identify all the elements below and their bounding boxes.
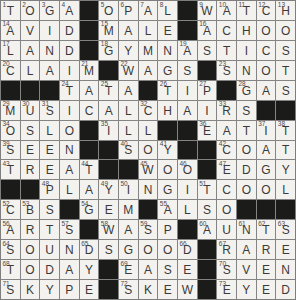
clue-number-40: 40 [120, 141, 127, 148]
grid-cell-r8c13[interactable]: O [237, 141, 256, 160]
grid-cell-r10c15[interactable]: L [276, 180, 295, 199]
grid-cell-r13c1[interactable]: 64S [1, 240, 20, 259]
grid-cell-r10c5[interactable]: A [80, 180, 99, 199]
letter-r5c5: A [85, 85, 93, 100]
letter-r8c2: E [26, 144, 34, 159]
grid-cell-r12c2[interactable]: R [21, 220, 40, 239]
grid-cell-r14c10[interactable]: E [178, 260, 197, 279]
grid-cell-r11c10[interactable]: L [178, 200, 197, 219]
grid-cell-r1c3[interactable]: 3G [40, 1, 59, 20]
grid-cell-r4c2[interactable]: L [21, 61, 40, 80]
clue-number-61: 61 [238, 221, 245, 228]
grid-cell-r1c8[interactable]: 7A [139, 1, 158, 20]
clue-number-67: 67 [219, 241, 226, 248]
clue-number-43: 43 [3, 161, 10, 168]
grid-cell-r15c14[interactable]: E [257, 280, 276, 299]
grid-cell-r15c5[interactable]: E [80, 280, 99, 299]
letter-r9c9: O [163, 164, 172, 179]
grid-cell-r9c3[interactable]: E [40, 160, 59, 179]
letter-r8c3: E [46, 144, 54, 159]
clue-number-46: 46 [179, 161, 186, 168]
letter-r11c6: E [105, 204, 113, 219]
clue-number-44: 44 [81, 161, 88, 168]
grid-cell-r2c3[interactable]: I [40, 21, 59, 40]
letter-r4c3: A [46, 65, 54, 80]
grid-cell-r7c8[interactable]: L [139, 121, 158, 140]
grid-cell-r3c4[interactable]: D [60, 41, 79, 60]
grid-cell-r15c3[interactable]: Y [40, 280, 59, 299]
grid-cell-r15c15[interactable]: D [276, 280, 295, 299]
letter-r13c9: O [163, 244, 172, 259]
grid-cell-r8c4[interactable]: N [60, 141, 79, 160]
grid-cell-r5c7[interactable]: A [119, 81, 138, 100]
grid-cell-r13c9[interactable]: O [158, 240, 177, 259]
grid-cell-r6c9[interactable]: H [158, 101, 177, 120]
grid-cell-r6c7[interactable]: L [119, 101, 138, 120]
grid-cell-r3c7[interactable]: Y [119, 41, 138, 60]
grid-cell-r8c15[interactable]: T [276, 141, 295, 160]
black-square-r1c5 [80, 1, 99, 20]
grid-cell-r11c9[interactable]: 55A [158, 200, 177, 219]
clue-number-16: 16 [199, 21, 206, 28]
letter-r3c2: A [26, 45, 34, 60]
black-square-r11c13 [237, 200, 256, 219]
grid-cell-r12c13[interactable]: 61N [237, 220, 256, 239]
letter-r9c4: A [65, 164, 73, 179]
letter-r8c4: N [65, 144, 74, 159]
grid-cell-r14c3[interactable]: D [40, 260, 59, 279]
grid-cell-r2c8[interactable]: L [139, 21, 158, 40]
letter-r13c14: R [262, 244, 271, 259]
clue-number-65: 65 [81, 241, 88, 248]
grid-cell-r7c15[interactable]: 38T [276, 121, 295, 140]
grid-cell-r5c4[interactable]: 24T [60, 81, 79, 100]
grid-cell-r12c3[interactable]: T [40, 220, 59, 239]
black-square-r2c5 [80, 21, 99, 40]
letter-r1c9: L [164, 5, 171, 20]
grid-cell-r10c11[interactable]: 51T [198, 180, 217, 199]
grid-cell-r15c13[interactable]: Y [237, 280, 256, 299]
clue-number-31: 31 [42, 101, 49, 108]
grid-cell-r7c2[interactable]: S [21, 121, 40, 140]
letter-r1c7: P [124, 5, 132, 20]
grid-cell-r6c4[interactable]: I [60, 101, 79, 120]
grid-cell-r3c1[interactable]: 17L [1, 41, 20, 60]
letter-r4c4: I [68, 65, 71, 80]
grid-cell-r9c5[interactable]: 44T [80, 160, 99, 179]
grid-cell-r5c15[interactable]: S [276, 81, 295, 100]
black-square-r14c6 [99, 260, 118, 279]
grid-cell-r14c2[interactable]: O [21, 260, 40, 279]
letter-r13c4: N [65, 244, 74, 259]
grid-cell-r2c1[interactable]: 14A [1, 21, 20, 40]
grid-cell-r15c12[interactable]: 73E [217, 280, 236, 299]
grid-cell-r4c10[interactable]: S [178, 61, 197, 80]
grid-cell-r3c15[interactable]: S [276, 41, 295, 60]
grid-cell-r6c8[interactable]: 32C [139, 101, 158, 120]
grid-cell-r3c14[interactable]: C [257, 41, 276, 60]
grid-cell-r1c2[interactable]: 2O [21, 1, 40, 20]
grid-cell-r5c11[interactable]: 27P [198, 81, 217, 100]
black-square-r6c14 [257, 101, 276, 120]
grid-cell-r11c1[interactable]: 52C [1, 200, 20, 219]
black-square-r4c11 [198, 61, 217, 80]
black-square-r10c2 [21, 180, 40, 199]
grid-cell-r9c4[interactable]: A [60, 160, 79, 179]
grid-cell-r14c12[interactable]: 70S [217, 260, 236, 279]
grid-cell-r10c14[interactable]: O [257, 180, 276, 199]
grid-cell-r7c12[interactable]: A [217, 121, 236, 140]
clue-number-48: 48 [42, 181, 49, 188]
clue-number-26: 26 [160, 81, 167, 88]
grid-cell-r7c13[interactable]: T [237, 121, 256, 140]
black-square-r9c7 [119, 160, 138, 179]
grid-cell-r1c13[interactable]: 11T [237, 1, 256, 20]
clue-number-62: 62 [258, 221, 265, 228]
letter-r10c14: O [261, 184, 270, 199]
grid-cell-r1c4[interactable]: 4A [60, 1, 79, 20]
grid-cell-r5c13[interactable]: 28G [237, 81, 256, 100]
black-square-r15c11 [198, 280, 217, 299]
grid-cell-r15c8[interactable]: K [139, 280, 158, 299]
grid-cell-r13c4[interactable]: N [60, 240, 79, 259]
clue-number-53: 53 [22, 201, 29, 208]
grid-cell-r4c9[interactable]: G [158, 61, 177, 80]
grid-cell-r2c7[interactable]: A [119, 21, 138, 40]
grid-cell-r5c14[interactable]: A [257, 81, 276, 100]
clue-number-25: 25 [101, 81, 108, 88]
letter-r14c10: E [183, 264, 191, 279]
clue-number-32: 32 [140, 101, 147, 108]
letter-r6c6: A [105, 105, 113, 120]
letter-r10c4: L [66, 184, 73, 199]
grid-cell-r3c2[interactable]: A [21, 41, 40, 60]
grid-cell-r11c6[interactable]: E [99, 200, 118, 219]
letter-r14c2: O [25, 264, 34, 279]
letter-r15c14: E [262, 284, 270, 299]
grid-cell-r12c7[interactable]: A [119, 220, 138, 239]
grid-cell-r11c2[interactable]: 53B [21, 200, 40, 219]
clue-number-34: 34 [3, 121, 10, 128]
clue-number-56: 56 [3, 221, 10, 228]
letter-r8c14: A [262, 144, 270, 159]
grid-cell-r2c14[interactable]: O [257, 21, 276, 40]
grid-cell-r15c7[interactable]: 72S [119, 280, 138, 299]
grid-cell-r11c7[interactable]: M [119, 200, 138, 219]
grid-cell-r7c14[interactable]: 37I [257, 121, 276, 140]
grid-cell-r9c8[interactable]: 45W [139, 160, 158, 179]
grid-cell-r4c3[interactable]: A [40, 61, 59, 80]
clue-number-35: 35 [101, 121, 108, 128]
grid-cell-r1c6[interactable]: 5O [99, 1, 118, 20]
black-square-r8c10 [178, 141, 197, 160]
grid-cell-r11c12[interactable]: O [217, 200, 236, 219]
grid-cell-r13c12[interactable]: 67R [217, 240, 236, 259]
grid-cell-r14c8[interactable]: A [139, 260, 158, 279]
clue-number-18: 18 [101, 41, 108, 48]
black-square-r11c8 [139, 200, 158, 219]
letter-r9c2: R [26, 164, 35, 179]
grid-cell-r10c7[interactable]: 50I [119, 180, 138, 199]
letter-r14c9: S [164, 264, 172, 279]
grid-cell-r6c1[interactable]: 29M [1, 101, 20, 120]
black-square-r5c2 [21, 81, 40, 100]
clue-number-38: 38 [278, 121, 285, 128]
letter-r3c4: D [65, 45, 74, 60]
clue-number-33: 33 [219, 101, 226, 108]
grid-cell-r10c12[interactable]: C [217, 180, 236, 199]
grid-cell-r9c1[interactable]: 43T [1, 160, 20, 179]
letter-r1c8: A [144, 5, 152, 20]
grid-cell-r14c9[interactable]: S [158, 260, 177, 279]
grid-cell-r9c13[interactable]: D [237, 160, 256, 179]
grid-cell-r12c9[interactable]: P [158, 220, 177, 239]
grid-cell-r15c9[interactable]: E [158, 280, 177, 299]
grid-cell-r3c6[interactable]: 18G [99, 41, 118, 60]
grid-cell-r6c12[interactable]: 33R [217, 101, 236, 120]
grid-cell-r4c5[interactable]: 21M [80, 61, 99, 80]
grid-cell-r8c8[interactable]: O [139, 141, 158, 160]
letter-r4c13: N [242, 65, 251, 80]
grid-cell-r10c13[interactable]: O [237, 180, 256, 199]
letter-r3c15: S [282, 45, 290, 60]
letter-r2c9: E [164, 25, 172, 40]
grid-cell-r6c2[interactable]: 30U [21, 101, 40, 120]
letter-r15c9: E [164, 284, 172, 299]
grid-cell-r3c13[interactable]: I [237, 41, 256, 60]
letter-r14c13: V [242, 264, 250, 279]
grid-cell-r11c11[interactable]: S [198, 200, 217, 219]
black-square-r3c5 [80, 41, 99, 60]
grid-cell-r12c8[interactable]: 59S [139, 220, 158, 239]
letter-r10c9: G [163, 184, 172, 199]
letter-r10c10: I [186, 184, 189, 199]
grid-cell-r14c14[interactable]: E [257, 260, 276, 279]
grid-cell-r14c1[interactable]: 68T [1, 260, 20, 279]
grid-cell-r8c3[interactable]: E [40, 141, 59, 160]
letter-r2c2: V [26, 25, 34, 40]
letter-r7c8: L [145, 125, 152, 140]
grid-cell-r13c2[interactable]: O [21, 240, 40, 259]
grid-cell-r6c3[interactable]: 31S [40, 101, 59, 120]
grid-cell-r1c14[interactable]: 12C [257, 1, 276, 20]
grid-cell-r3c10[interactable]: 19A [178, 41, 197, 60]
grid-cell-r14c7[interactable]: 69E [119, 260, 138, 279]
grid-cell-r7c7[interactable]: L [119, 121, 138, 140]
clue-number-45: 45 [140, 161, 147, 168]
letter-r14c14: E [262, 264, 270, 279]
grid-cell-r8c7[interactable]: 40S [119, 141, 138, 160]
grid-cell-r13c15[interactable]: E [276, 240, 295, 259]
letter-r3c12: T [223, 45, 230, 60]
grid-cell-r3c8[interactable]: M [139, 41, 158, 60]
grid-cell-r10c6[interactable]: 49Y [99, 180, 118, 199]
grid-cell-r4c14[interactable]: O [257, 61, 276, 80]
grid-cell-r12c14[interactable]: 62T [257, 220, 276, 239]
grid-cell-r13c6[interactable]: S [99, 240, 118, 259]
grid-cell-r15c10[interactable]: W [178, 280, 197, 299]
grid-cell-r13c14[interactable]: R [257, 240, 276, 259]
letter-r7c12: A [223, 125, 231, 140]
grid-cell-r3c9[interactable]: N [158, 41, 177, 60]
clue-number-51: 51 [199, 181, 206, 188]
grid-cell-r13c8[interactable]: O [139, 240, 158, 259]
grid-cell-r4c8[interactable]: A [139, 61, 158, 80]
grid-cell-r12c12[interactable]: U [217, 220, 236, 239]
grid-cell-r2c13[interactable]: H [237, 21, 256, 40]
clue-number-72: 72 [120, 281, 127, 288]
black-square-r8c5 [80, 141, 99, 160]
black-square-r6c15 [276, 101, 295, 120]
clue-number-52: 52 [3, 201, 10, 208]
clue-number-63: 63 [278, 221, 285, 228]
grid-cell-r14c5[interactable]: Y [80, 260, 99, 279]
clue-number-22: 22 [120, 61, 127, 68]
grid-cell-r14c15[interactable]: N [276, 260, 295, 279]
grid-cell-r1c11[interactable]: 9W [198, 1, 217, 20]
letter-r12c2: R [26, 224, 35, 239]
grid-cell-r9c14[interactable]: G [257, 160, 276, 179]
clue-number-1: 1 [3, 2, 7, 9]
grid-cell-r12c6[interactable]: 58W [99, 220, 118, 239]
letter-r14c3: D [45, 264, 54, 279]
grid-cell-r6c6[interactable]: A [99, 101, 118, 120]
grid-cell-r4c12[interactable]: 23S [217, 61, 236, 80]
grid-cell-r9c2[interactable]: R [21, 160, 40, 179]
letter-r7c3: L [46, 125, 53, 140]
grid-cell-r5c5[interactable]: A [80, 81, 99, 100]
grid-cell-r15c2[interactable]: K [21, 280, 40, 299]
grid-cell-r12c15[interactable]: 63S [276, 220, 295, 239]
grid-cell-r9c9[interactable]: O [158, 160, 177, 179]
grid-cell-r7c4[interactable]: O [60, 121, 79, 140]
grid-cell-r1c9[interactable]: 8L [158, 1, 177, 20]
grid-cell-r2c9[interactable]: E [158, 21, 177, 40]
grid-cell-r14c4[interactable]: A [60, 260, 79, 279]
grid-cell-r7c11[interactable]: 36E [198, 121, 217, 140]
grid-cell-r2c2[interactable]: V [21, 21, 40, 40]
grid-cell-r1c12[interactable]: 10A [217, 1, 236, 20]
grid-cell-r13c5[interactable]: 65D [80, 240, 99, 259]
clue-number-29: 29 [3, 101, 10, 108]
grid-cell-r12c1[interactable]: 56A [1, 220, 20, 239]
grid-cell-r10c9[interactable]: G [158, 180, 177, 199]
letter-r5c10: I [186, 85, 189, 100]
grid-cell-r6c13[interactable]: S [237, 101, 256, 120]
letter-r9c3: E [46, 164, 54, 179]
grid-cell-r13c3[interactable]: U [40, 240, 59, 259]
grid-cell-r11c5[interactable]: 54G [80, 200, 99, 219]
grid-cell-r9c12[interactable]: 47E [217, 160, 236, 179]
grid-cell-r11c3[interactable]: S [40, 200, 59, 219]
letter-r15c4: P [65, 284, 73, 299]
grid-cell-r15c1[interactable]: 71S [1, 280, 20, 299]
grid-cell-r3c3[interactable]: N [40, 41, 59, 60]
letter-r7c7: L [125, 125, 132, 140]
clue-number-10: 10 [219, 2, 226, 9]
grid-cell-r6c11[interactable]: I [198, 101, 217, 120]
clue-number-70: 70 [219, 261, 226, 268]
grid-cell-r4c15[interactable]: T [276, 61, 295, 80]
letter-r2c12: C [222, 25, 231, 40]
grid-cell-r10c10[interactable]: I [178, 180, 197, 199]
grid-cell-r6c5[interactable]: C [80, 101, 99, 120]
grid-cell-r6c10[interactable]: A [178, 101, 197, 120]
grid-cell-r10c3[interactable]: 48P [40, 180, 59, 199]
letter-r6c13: S [242, 105, 250, 120]
grid-cell-r8c9[interactable]: 41Y [158, 141, 177, 160]
letter-r3c7: Y [124, 45, 132, 60]
grid-cell-r8c12[interactable]: 42C [217, 141, 236, 160]
grid-cell-r5c6[interactable]: 25T [99, 81, 118, 100]
grid-cell-r10c8[interactable]: N [139, 180, 158, 199]
grid-cell-r12c11[interactable]: 60A [198, 220, 217, 239]
letter-r12c7: A [124, 224, 132, 239]
letter-r11c10: L [184, 204, 191, 219]
letter-r7c2: S [26, 125, 34, 140]
grid-cell-r5c10[interactable]: I [178, 81, 197, 100]
grid-cell-r7c1[interactable]: 34O [1, 121, 20, 140]
grid-cell-r4c7[interactable]: 22W [119, 61, 138, 80]
grid-cell-r12c4[interactable]: 57S [60, 220, 79, 239]
letter-r8c8: O [143, 144, 152, 159]
letter-r14c15: N [281, 264, 290, 279]
grid-cell-r7c6[interactable]: 35I [99, 121, 118, 140]
grid-cell-r9c10[interactable]: 46O [178, 160, 197, 179]
letter-r1c1: T [7, 5, 14, 20]
grid-cell-r14c13[interactable]: V [237, 260, 256, 279]
letter-r2c8: L [145, 25, 152, 40]
letter-r15c3: Y [46, 284, 54, 299]
grid-cell-r10c4[interactable]: L [60, 180, 79, 199]
grid-cell-r1c1[interactable]: 1T [1, 1, 20, 20]
grid-cell-r2c15[interactable]: O [276, 21, 295, 40]
black-square-r5c3 [40, 81, 59, 100]
grid-cell-r5c9[interactable]: 26T [158, 81, 177, 100]
grid-cell-r4c1[interactable]: 20C [1, 61, 20, 80]
grid-cell-r2c4[interactable]: D [60, 21, 79, 40]
letter-r4c8: A [144, 65, 152, 80]
grid-cell-r9c15[interactable]: Y [276, 160, 295, 179]
letter-r12c12: U [222, 224, 231, 239]
letter-r11c7: M [123, 204, 133, 219]
grid-cell-r1c15[interactable]: 13H [276, 1, 295, 20]
grid-cell-r2c12[interactable]: C [217, 21, 236, 40]
grid-cell-r4c13[interactable]: N [237, 61, 256, 80]
black-square-r9c6 [99, 160, 118, 179]
grid-cell-r2c6[interactable]: 15M [99, 21, 118, 40]
grid-cell-r8c14[interactable]: A [257, 141, 276, 160]
letter-r5c14: A [262, 85, 270, 100]
grid-cell-r15c4[interactable]: P [60, 280, 79, 299]
grid-cell-r2c11[interactable]: 16A [198, 21, 217, 40]
grid-cell-r13c7[interactable]: G [119, 240, 138, 259]
grid-cell-r3c12[interactable]: T [217, 41, 236, 60]
grid-cell-r7c3[interactable]: L [40, 121, 59, 140]
letter-r3c3: N [45, 45, 54, 60]
grid-cell-r8c1[interactable]: 39S [1, 141, 20, 160]
grid-cell-r1c7[interactable]: 6P [119, 1, 138, 20]
grid-cell-r13c13[interactable]: A [237, 240, 256, 259]
grid-cell-r3c11[interactable]: S [198, 41, 217, 60]
clue-number-12: 12 [258, 2, 265, 9]
letter-r6c7: L [125, 105, 132, 120]
clue-number-6: 6 [120, 2, 124, 9]
grid-cell-r8c2[interactable]: E [21, 141, 40, 160]
grid-cell-r4c4[interactable]: I [60, 61, 79, 80]
grid-cell-r13c10[interactable]: 66D [178, 240, 197, 259]
letter-r13c2: O [25, 244, 34, 259]
